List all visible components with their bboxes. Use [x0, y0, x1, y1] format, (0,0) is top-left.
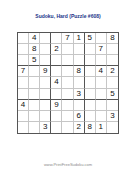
cell-r5c2-empty — [29, 77, 40, 88]
cell-r8c3-empty — [40, 111, 51, 122]
cell-r8c1-empty — [18, 111, 29, 122]
cell-r4c3-given: 9 — [40, 66, 51, 77]
cell-r6c1-empty — [18, 89, 29, 100]
cell-r5c9-empty — [107, 77, 118, 88]
cell-r3c4-empty — [51, 55, 62, 66]
cell-r4c8-given: 4 — [96, 66, 107, 77]
cell-r2c9-empty — [107, 44, 118, 55]
cell-r4c7-empty — [85, 66, 96, 77]
cell-r6c9-given: 5 — [107, 89, 118, 100]
cell-r5c8-empty — [96, 77, 107, 88]
cell-r4c4-empty — [51, 66, 62, 77]
cell-r3c5-empty — [62, 55, 73, 66]
cell-r3c7-empty — [85, 55, 96, 66]
cell-r3c6-empty — [74, 55, 85, 66]
cell-r6c5-empty — [62, 89, 73, 100]
cell-r3c3-empty — [40, 55, 51, 66]
cell-r7c3-empty — [40, 100, 51, 111]
page-title: Sudoku, Hard (Puzzle #608) — [0, 13, 136, 19]
cell-r7c6-empty — [74, 100, 85, 111]
cell-r8c5-empty — [62, 111, 73, 122]
cell-r4c9-given: 2 — [107, 66, 118, 77]
cell-r2c4-given: 2 — [51, 44, 62, 55]
cell-r2c8-given: 7 — [96, 44, 107, 55]
cell-r5c5-empty — [62, 77, 73, 88]
cell-r7c1-given: 4 — [18, 100, 29, 111]
cell-r7c2-empty — [29, 100, 40, 111]
cell-r1c6-given: 1 — [74, 33, 85, 44]
cell-r2c1-empty — [18, 44, 29, 55]
cell-r8c8-empty — [96, 111, 107, 122]
cell-r1c8-empty — [96, 33, 107, 44]
cell-r7c7-empty — [85, 100, 96, 111]
cell-r9c9-empty — [107, 122, 118, 133]
cell-r6c8-empty — [96, 89, 107, 100]
sudoku-board: 4715882757984243549633281 — [17, 32, 119, 134]
cell-r2c5-empty — [62, 44, 73, 55]
cell-r4c1-given: 7 — [18, 66, 29, 77]
cell-r6c6-given: 3 — [74, 89, 85, 100]
cell-r3c1-empty — [18, 55, 29, 66]
cell-r2c6-empty — [74, 44, 85, 55]
cell-r1c9-given: 8 — [107, 33, 118, 44]
cell-r9c5-empty — [62, 122, 73, 133]
cell-r2c2-given: 8 — [29, 44, 40, 55]
cell-r7c4-given: 9 — [51, 100, 62, 111]
cell-r3c2-given: 5 — [29, 55, 40, 66]
cell-r5c4-given: 4 — [51, 77, 62, 88]
cell-r1c2-given: 4 — [29, 33, 40, 44]
cell-r8c4-empty — [51, 111, 62, 122]
cell-r3c8-empty — [96, 55, 107, 66]
cell-r1c7-given: 5 — [85, 33, 96, 44]
cell-r1c1-empty — [18, 33, 29, 44]
cell-r1c4-empty — [51, 33, 62, 44]
cell-r2c7-empty — [85, 44, 96, 55]
cell-r6c7-empty — [85, 89, 96, 100]
cell-r8c6-given: 6 — [74, 111, 85, 122]
cell-r5c6-empty — [74, 77, 85, 88]
cell-r1c3-empty — [40, 33, 51, 44]
cell-r7c8-empty — [96, 100, 107, 111]
cell-r4c6-given: 8 — [74, 66, 85, 77]
cell-r9c7-given: 8 — [85, 122, 96, 133]
cell-r5c3-empty — [40, 77, 51, 88]
cell-r5c7-empty — [85, 77, 96, 88]
cell-r8c9-given: 3 — [107, 111, 118, 122]
cell-r9c8-given: 1 — [96, 122, 107, 133]
cell-r1c5-given: 7 — [62, 33, 73, 44]
cell-r7c5-empty — [62, 100, 73, 111]
sudoku-page: Sudoku, Hard (Puzzle #608) 4715882757984… — [0, 0, 136, 176]
cell-r5c1-empty — [18, 77, 29, 88]
cell-r7c9-empty — [107, 100, 118, 111]
cell-r9c2-empty — [29, 122, 40, 133]
cell-r9c6-given: 2 — [74, 122, 85, 133]
cell-r9c3-given: 3 — [40, 122, 51, 133]
cell-r9c1-empty — [18, 122, 29, 133]
cell-r4c2-empty — [29, 66, 40, 77]
cell-r6c3-empty — [40, 89, 51, 100]
cell-r3c9-empty — [107, 55, 118, 66]
cell-r8c7-empty — [85, 111, 96, 122]
cell-r9c4-empty — [51, 122, 62, 133]
cell-r4c5-empty — [62, 66, 73, 77]
cell-r8c2-empty — [29, 111, 40, 122]
cell-r2c3-empty — [40, 44, 51, 55]
footer-url: www.PrintFreeSudoku.com — [0, 162, 136, 167]
cell-r6c2-empty — [29, 89, 40, 100]
cell-r6c4-empty — [51, 89, 62, 100]
